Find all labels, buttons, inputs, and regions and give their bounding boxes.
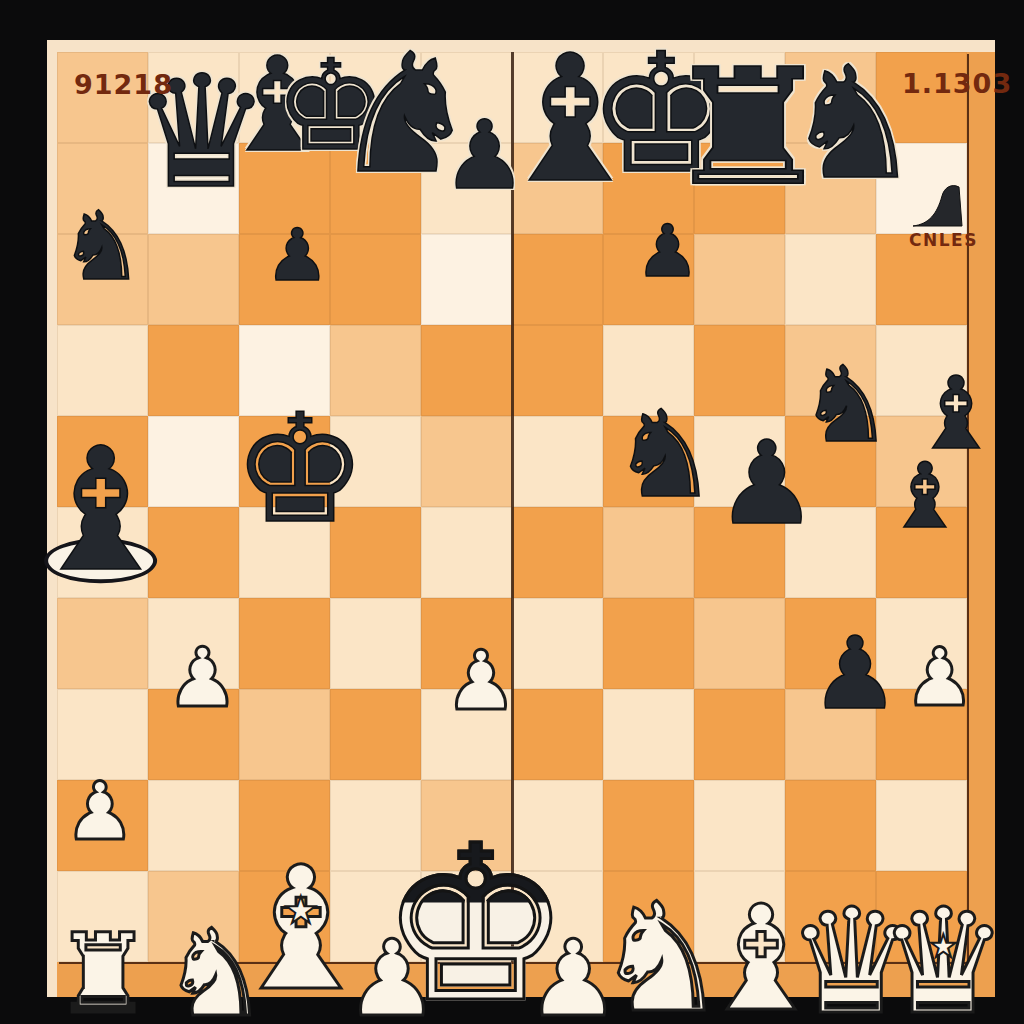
piece-black-pawn[interactable]: ♟ — [810, 624, 900, 724]
piece-white-pawn[interactable]: ♟ — [444, 640, 518, 722]
square[interactable] — [512, 507, 603, 598]
piece-white-pawn[interactable]: ♟ — [166, 637, 240, 719]
square[interactable] — [421, 325, 512, 416]
piece-black-king[interactable]: ♚ — [233, 394, 367, 544]
piece-white-pawn[interactable]: ♟ — [904, 638, 976, 718]
piece-black-bishop[interactable]: ♝ — [24, 425, 176, 595]
square[interactable] — [57, 598, 148, 689]
piece-white-queen[interactable]: ♛★ — [878, 889, 1008, 1024]
star-finial-icon: ★ — [929, 931, 958, 963]
board-code-right: 1.1303 — [902, 68, 1012, 99]
square[interactable] — [512, 325, 603, 416]
square[interactable] — [694, 780, 785, 871]
square[interactable] — [330, 598, 421, 689]
square[interactable] — [694, 689, 785, 780]
square[interactable] — [876, 780, 967, 871]
square[interactable] — [512, 598, 603, 689]
square[interactable] — [239, 689, 330, 780]
board-code-left: 91218 — [74, 69, 173, 100]
square[interactable] — [421, 416, 512, 507]
square[interactable] — [603, 780, 694, 871]
square[interactable] — [421, 507, 512, 598]
piece-white-pawn[interactable]: ♟ — [64, 772, 136, 852]
piece-black-knight[interactable]: ♞ — [59, 199, 144, 294]
square[interactable] — [512, 689, 603, 780]
page: 91218 1.1303 CNLES ♛♝♚♞♟♝♚♜♞♞♟♟♚♝♞♟♞♝♝♟♟… — [0, 0, 1024, 1024]
square[interactable] — [785, 234, 876, 325]
cnles-caption: CNLES — [909, 230, 978, 250]
star-finial-icon: ★ — [284, 893, 318, 930]
square[interactable] — [603, 598, 694, 689]
piece-black-pawn[interactable]: ♟ — [635, 215, 700, 287]
square[interactable] — [148, 325, 239, 416]
square[interactable] — [785, 780, 876, 871]
square[interactable] — [694, 234, 785, 325]
piece-black-knight[interactable]: ♞ — [611, 395, 719, 515]
piece-black-pawn[interactable]: ♟ — [265, 219, 330, 291]
piece-black-knight[interactable]: ♞ — [799, 353, 893, 458]
square[interactable] — [148, 234, 239, 325]
wedge-icon — [909, 180, 969, 228]
square[interactable] — [330, 234, 421, 325]
chess-board: 91218 1.1303 CNLES ♛♝♚♞♟♝♚♜♞♞♟♟♚♝♞♟♞♝♝♟♟… — [47, 40, 995, 997]
square[interactable] — [239, 598, 330, 689]
square[interactable] — [330, 689, 421, 780]
square[interactable] — [512, 416, 603, 507]
square[interactable] — [421, 234, 512, 325]
square[interactable] — [603, 689, 694, 780]
square[interactable] — [57, 325, 148, 416]
piece-black-bishop[interactable]: ♝ — [885, 451, 966, 541]
square[interactable] — [694, 598, 785, 689]
piece-white-rook[interactable]: ♜ — [54, 919, 153, 1024]
square[interactable] — [512, 234, 603, 325]
